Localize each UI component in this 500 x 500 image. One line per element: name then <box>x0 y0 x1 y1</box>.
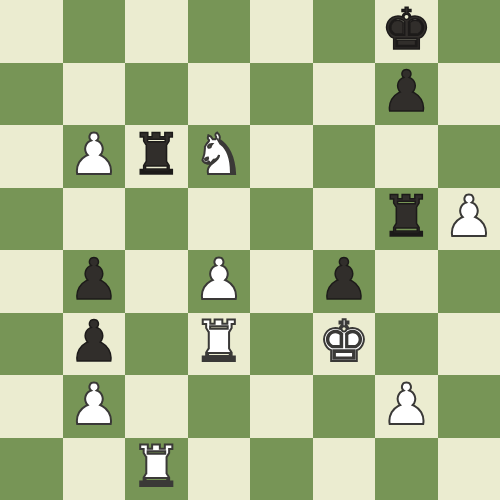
square-d7[interactable] <box>188 63 251 126</box>
white-king[interactable]: ♚ <box>318 313 369 370</box>
square-c8[interactable] <box>125 0 188 63</box>
square-b4[interactable]: ♟ <box>63 250 126 313</box>
square-b6[interactable]: ♟ <box>63 125 126 188</box>
square-f2[interactable] <box>313 375 376 438</box>
square-g1[interactable] <box>375 438 438 500</box>
square-g2[interactable]: ♟ <box>375 375 438 438</box>
square-b8[interactable] <box>63 0 126 63</box>
black-king[interactable]: ♚ <box>381 1 432 58</box>
square-a6[interactable] <box>0 125 63 188</box>
square-e1[interactable] <box>250 438 313 500</box>
white-pawn[interactable]: ♟ <box>381 376 432 433</box>
square-a3[interactable] <box>0 313 63 376</box>
square-c7[interactable] <box>125 63 188 126</box>
black-pawn[interactable]: ♟ <box>381 63 432 120</box>
square-f4[interactable]: ♟ <box>313 250 376 313</box>
square-b3[interactable]: ♟ <box>63 313 126 376</box>
square-e6[interactable] <box>250 125 313 188</box>
square-g5[interactable]: ♜ <box>375 188 438 251</box>
square-c5[interactable] <box>125 188 188 251</box>
white-rook[interactable]: ♜ <box>193 313 244 370</box>
square-g4[interactable] <box>375 250 438 313</box>
black-pawn[interactable]: ♟ <box>68 251 119 308</box>
square-f5[interactable] <box>313 188 376 251</box>
chess-board: ♚♟♟♜♞♜♟♟♟♟♟♜♚♟♟♜ <box>0 0 500 500</box>
black-pawn[interactable]: ♟ <box>68 313 119 370</box>
white-pawn[interactable]: ♟ <box>68 126 119 183</box>
square-c1[interactable]: ♜ <box>125 438 188 500</box>
square-f3[interactable]: ♚ <box>313 313 376 376</box>
black-rook[interactable]: ♜ <box>131 126 182 183</box>
square-b1[interactable] <box>63 438 126 500</box>
white-knight[interactable]: ♞ <box>193 126 244 183</box>
square-c2[interactable] <box>125 375 188 438</box>
white-pawn[interactable]: ♟ <box>68 376 119 433</box>
square-g8[interactable]: ♚ <box>375 0 438 63</box>
square-h8[interactable] <box>438 0 500 63</box>
square-f8[interactable] <box>313 0 376 63</box>
black-rook[interactable]: ♜ <box>381 188 432 245</box>
square-d4[interactable]: ♟ <box>188 250 251 313</box>
square-b7[interactable] <box>63 63 126 126</box>
square-b5[interactable] <box>63 188 126 251</box>
square-e3[interactable] <box>250 313 313 376</box>
square-a1[interactable] <box>0 438 63 500</box>
square-a2[interactable] <box>0 375 63 438</box>
square-g3[interactable] <box>375 313 438 376</box>
white-rook[interactable]: ♜ <box>131 438 182 495</box>
square-h6[interactable] <box>438 125 500 188</box>
square-d1[interactable] <box>188 438 251 500</box>
square-h3[interactable] <box>438 313 500 376</box>
square-d2[interactable] <box>188 375 251 438</box>
square-e7[interactable] <box>250 63 313 126</box>
square-d6[interactable]: ♞ <box>188 125 251 188</box>
square-c4[interactable] <box>125 250 188 313</box>
black-pawn[interactable]: ♟ <box>318 251 369 308</box>
square-c6[interactable]: ♜ <box>125 125 188 188</box>
square-g7[interactable]: ♟ <box>375 63 438 126</box>
square-b2[interactable]: ♟ <box>63 375 126 438</box>
square-f6[interactable] <box>313 125 376 188</box>
square-d8[interactable] <box>188 0 251 63</box>
square-d5[interactable] <box>188 188 251 251</box>
square-a4[interactable] <box>0 250 63 313</box>
square-f1[interactable] <box>313 438 376 500</box>
square-e4[interactable] <box>250 250 313 313</box>
square-h7[interactable] <box>438 63 500 126</box>
square-a8[interactable] <box>0 0 63 63</box>
square-g6[interactable] <box>375 125 438 188</box>
square-e8[interactable] <box>250 0 313 63</box>
white-pawn[interactable]: ♟ <box>443 188 494 245</box>
square-h1[interactable] <box>438 438 500 500</box>
square-d3[interactable]: ♜ <box>188 313 251 376</box>
square-e2[interactable] <box>250 375 313 438</box>
square-h4[interactable] <box>438 250 500 313</box>
white-pawn[interactable]: ♟ <box>193 251 244 308</box>
square-e5[interactable] <box>250 188 313 251</box>
square-f7[interactable] <box>313 63 376 126</box>
square-h2[interactable] <box>438 375 500 438</box>
square-a5[interactable] <box>0 188 63 251</box>
square-a7[interactable] <box>0 63 63 126</box>
square-h5[interactable]: ♟ <box>438 188 500 251</box>
square-c3[interactable] <box>125 313 188 376</box>
